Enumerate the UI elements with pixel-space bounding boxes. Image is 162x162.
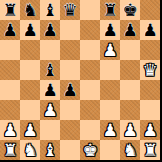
white-rook-icon: ♜ [142,140,157,160]
square-f1[interactable] [100,140,120,160]
black-rook-icon: ♜ [2,0,17,20]
square-h4[interactable] [140,80,160,100]
white-pawn-icon: ♟ [102,120,117,140]
white-pawn-icon: ♟ [142,120,157,140]
white-pawn-icon: ♟ [22,120,37,140]
square-g5[interactable] [120,60,140,80]
square-a2[interactable]: ♟ [0,120,20,140]
black-bishop-icon: ♝ [42,60,57,80]
square-e5[interactable] [80,60,100,80]
square-e8[interactable] [80,0,100,20]
square-d2[interactable] [60,120,80,140]
square-f7[interactable]: ♟ [100,20,120,40]
square-h1[interactable]: ♜ [140,140,160,160]
square-f5[interactable] [100,60,120,80]
white-king-icon: ♚ [82,140,97,160]
square-a5[interactable] [0,60,20,80]
square-c2[interactable] [40,120,60,140]
square-c4[interactable]: ♟ [40,80,60,100]
white-pawn-icon: ♟ [2,120,17,140]
square-h2[interactable]: ♟ [140,120,160,140]
black-pawn-icon: ♟ [42,80,57,100]
square-g8[interactable]: ♚ [120,0,140,20]
black-pawn-icon: ♟ [2,20,17,40]
black-queen-icon: ♛ [62,0,77,20]
square-h5[interactable]: ♛ [140,60,160,80]
white-queen-icon: ♛ [142,60,157,80]
square-b2[interactable]: ♟ [20,120,40,140]
square-d6[interactable] [60,40,80,60]
square-a7[interactable]: ♟ [0,20,20,40]
square-a4[interactable] [0,80,20,100]
square-h6[interactable] [140,40,160,60]
black-pawn-icon: ♟ [122,20,137,40]
square-a6[interactable] [0,40,20,60]
black-rook-icon: ♜ [102,0,117,20]
square-d4[interactable]: ♟ [60,80,80,100]
square-g2[interactable]: ♟ [120,120,140,140]
black-pawn-icon: ♟ [62,80,77,100]
square-d7[interactable] [60,20,80,40]
square-b5[interactable] [20,60,40,80]
square-e3[interactable] [80,100,100,120]
white-pawn-icon: ♟ [102,40,117,60]
square-c5[interactable]: ♝ [40,60,60,80]
square-b1[interactable]: ♞ [20,140,40,160]
square-b4[interactable] [20,80,40,100]
square-f8[interactable]: ♜ [100,0,120,20]
square-g1[interactable]: ♞ [120,140,140,160]
square-c3[interactable]: ♟ [40,100,60,120]
square-g4[interactable] [120,80,140,100]
square-h8[interactable] [140,0,160,20]
square-d8[interactable]: ♛ [60,0,80,20]
square-e7[interactable] [80,20,100,40]
square-a3[interactable] [0,100,20,120]
square-a1[interactable]: ♜ [0,140,20,160]
black-bishop-icon: ♝ [42,0,57,20]
square-f2[interactable]: ♟ [100,120,120,140]
black-knight-icon: ♞ [22,0,37,20]
square-g6[interactable] [120,40,140,60]
black-pawn-icon: ♟ [102,20,117,40]
square-d3[interactable] [60,100,80,120]
square-d5[interactable] [60,60,80,80]
square-h3[interactable] [140,100,160,120]
square-g3[interactable] [120,100,140,120]
square-f3[interactable] [100,100,120,120]
square-g7[interactable]: ♟ [120,20,140,40]
square-e6[interactable] [80,40,100,60]
square-b8[interactable]: ♞ [20,0,40,20]
white-pawn-icon: ♟ [122,120,137,140]
square-c1[interactable]: ♝ [40,140,60,160]
square-h7[interactable]: ♟ [140,20,160,40]
square-f6[interactable]: ♟ [100,40,120,60]
white-bishop-icon: ♝ [42,140,57,160]
black-king-icon: ♚ [122,0,137,20]
square-c6[interactable] [40,40,60,60]
square-a8[interactable]: ♜ [0,0,20,20]
square-e1[interactable]: ♚ [80,140,100,160]
square-e2[interactable] [80,120,100,140]
white-rook-icon: ♜ [2,140,17,160]
square-b3[interactable] [20,100,40,120]
white-knight-icon: ♞ [22,140,37,160]
chess-board: ♜♞♝♛♜♚♟♟♟♟♟♟♟♝♛♟♟♟♟♟♟♟♟♜♞♝♚♞♜ [0,0,162,162]
square-f4[interactable] [100,80,120,100]
square-b6[interactable] [20,40,40,60]
black-pawn-icon: ♟ [42,20,57,40]
square-b7[interactable]: ♟ [20,20,40,40]
white-pawn-icon: ♟ [42,100,57,120]
black-pawn-icon: ♟ [22,20,37,40]
square-c8[interactable]: ♝ [40,0,60,20]
square-d1[interactable] [60,140,80,160]
black-pawn-icon: ♟ [142,20,157,40]
white-knight-icon: ♞ [122,140,137,160]
square-c7[interactable]: ♟ [40,20,60,40]
square-e4[interactable] [80,80,100,100]
